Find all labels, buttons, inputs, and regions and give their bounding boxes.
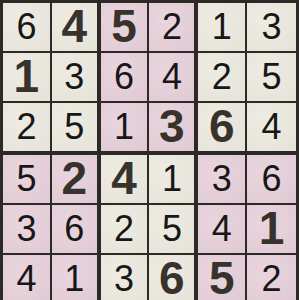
- cell-r4c6[interactable]: 6: [247, 155, 296, 205]
- cell-r5c5[interactable]: 4: [198, 205, 247, 255]
- sudoku-board: 645213136425251364524136362541413652: [0, 0, 299, 300]
- cell-r2c2[interactable]: 3: [52, 53, 101, 103]
- cell-r3c3[interactable]: 1: [101, 103, 150, 155]
- cell-r1c3[interactable]: 5: [101, 3, 150, 53]
- cell-r4c4[interactable]: 1: [149, 155, 198, 205]
- cell-r6c4[interactable]: 6: [149, 255, 198, 300]
- cell-r2c6[interactable]: 5: [247, 53, 296, 103]
- cell-r1c2[interactable]: 4: [52, 3, 101, 53]
- cell-r5c1[interactable]: 3: [3, 205, 52, 255]
- cell-r6c6[interactable]: 2: [247, 255, 296, 300]
- cell-r5c2[interactable]: 6: [52, 205, 101, 255]
- cell-r6c5[interactable]: 5: [198, 255, 247, 300]
- cell-r2c1[interactable]: 1: [3, 53, 52, 103]
- cell-r6c3[interactable]: 3: [101, 255, 150, 300]
- cell-r3c4[interactable]: 3: [149, 103, 198, 155]
- cell-r4c3[interactable]: 4: [101, 155, 150, 205]
- cell-r4c2[interactable]: 2: [52, 155, 101, 205]
- cell-r2c5[interactable]: 2: [198, 53, 247, 103]
- cell-r4c1[interactable]: 5: [3, 155, 52, 205]
- cell-r5c4[interactable]: 5: [149, 205, 198, 255]
- cell-r5c6[interactable]: 1: [247, 205, 296, 255]
- cell-r3c5[interactable]: 6: [198, 103, 247, 155]
- cell-r1c1[interactable]: 6: [3, 3, 52, 53]
- cell-r2c3[interactable]: 6: [101, 53, 150, 103]
- cell-r1c5[interactable]: 1: [198, 3, 247, 53]
- cell-r3c6[interactable]: 4: [247, 103, 296, 155]
- cell-r4c5[interactable]: 3: [198, 155, 247, 205]
- cell-r1c6[interactable]: 3: [247, 3, 296, 53]
- cell-r3c2[interactable]: 5: [52, 103, 101, 155]
- cell-r3c1[interactable]: 2: [3, 103, 52, 155]
- cell-r5c3[interactable]: 2: [101, 205, 150, 255]
- cell-r6c1[interactable]: 4: [3, 255, 52, 300]
- cell-r6c2[interactable]: 1: [52, 255, 101, 300]
- cell-r2c4[interactable]: 4: [149, 53, 198, 103]
- cell-r1c4[interactable]: 2: [149, 3, 198, 53]
